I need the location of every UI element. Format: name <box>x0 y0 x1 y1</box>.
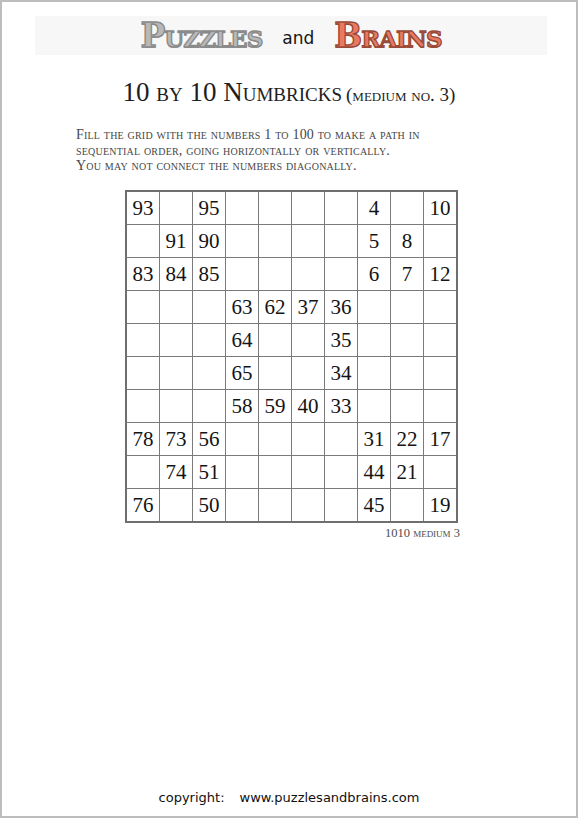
grid-cell-r1c6[interactable] <box>292 192 324 224</box>
grid-cell-r7c9[interactable] <box>391 390 423 422</box>
grid-cell-r8c1[interactable]: 78 <box>127 423 159 455</box>
grid-cell-r10c5[interactable] <box>259 489 291 521</box>
grid-cell-r7c8[interactable] <box>358 390 390 422</box>
grid-cell-r5c5[interactable] <box>259 324 291 356</box>
grid-cell-r9c7[interactable] <box>325 456 357 488</box>
grid-cell-r4c6[interactable]: 37 <box>292 291 324 323</box>
grid-cell-r7c1[interactable] <box>127 390 159 422</box>
grid-cell-r4c8[interactable] <box>358 291 390 323</box>
grid-cell-r10c9[interactable] <box>391 489 423 521</box>
grid-cell-r6c7[interactable]: 34 <box>325 357 357 389</box>
grid-cell-r1c10[interactable]: 10 <box>424 192 456 224</box>
grid-cell-r1c9[interactable] <box>391 192 423 224</box>
grid-cell-r7c3[interactable] <box>193 390 225 422</box>
grid-cell-r6c10[interactable] <box>424 357 456 389</box>
grid-cell-r4c4[interactable]: 63 <box>226 291 258 323</box>
grid-cell-r10c1[interactable]: 76 <box>127 489 159 521</box>
grid-cell-r8c9[interactable]: 22 <box>391 423 423 455</box>
grid-cell-r6c9[interactable] <box>391 357 423 389</box>
grid-cell-r6c2[interactable] <box>160 357 192 389</box>
grid-cell-r3c2[interactable]: 84 <box>160 258 192 290</box>
grid-cell-r5c10[interactable] <box>424 324 456 356</box>
grid-cell-r8c4[interactable] <box>226 423 258 455</box>
printable-puzzle-page: Puzzles and Brains 10 by 10 Numbricks(me… <box>0 0 578 818</box>
grid-cell-r10c7[interactable] <box>325 489 357 521</box>
grid-cell-r4c7[interactable]: 36 <box>325 291 357 323</box>
grid-cell-r10c2[interactable] <box>160 489 192 521</box>
website-url[interactable]: www.puzzlesandbrains.com <box>240 790 420 805</box>
grid-cell-r8c8[interactable]: 31 <box>358 423 390 455</box>
grid-cell-r2c10[interactable] <box>424 225 456 257</box>
grid-cell-r3c5[interactable] <box>259 258 291 290</box>
logo-banner: Puzzles and Brains <box>35 16 547 55</box>
grid-cell-r1c3[interactable]: 95 <box>193 192 225 224</box>
grid-cell-r7c5[interactable]: 59 <box>259 390 291 422</box>
footer: copyright:www.puzzlesandbrains.com <box>2 790 576 805</box>
grid-cell-r1c8[interactable]: 4 <box>358 192 390 224</box>
grid-cell-r9c3[interactable]: 51 <box>193 456 225 488</box>
grid-cell-r9c4[interactable] <box>226 456 258 488</box>
grid-cell-r6c4[interactable]: 65 <box>226 357 258 389</box>
grid-cell-r1c2[interactable] <box>160 192 192 224</box>
grid-cell-r5c1[interactable] <box>127 324 159 356</box>
grid-cell-r10c3[interactable]: 50 <box>193 489 225 521</box>
grid-cell-r3c6[interactable] <box>292 258 324 290</box>
grid-cell-r2c7[interactable] <box>325 225 357 257</box>
grid-cell-r3c8[interactable]: 6 <box>358 258 390 290</box>
title-subtitle: (medium no. 3) <box>346 84 455 105</box>
grid-cell-r1c1[interactable]: 93 <box>127 192 159 224</box>
grid-cell-r4c10[interactable] <box>424 291 456 323</box>
grid-cell-r9c9[interactable]: 21 <box>391 456 423 488</box>
grid-cell-r6c5[interactable] <box>259 357 291 389</box>
grid-cell-r4c5[interactable]: 62 <box>259 291 291 323</box>
grid-cell-r5c3[interactable] <box>193 324 225 356</box>
grid-cell-r5c2[interactable] <box>160 324 192 356</box>
grid-cell-r1c7[interactable] <box>325 192 357 224</box>
grid-cell-r6c6[interactable] <box>292 357 324 389</box>
grid-cell-r2c8[interactable]: 5 <box>358 225 390 257</box>
grid-cell-r10c10[interactable]: 19 <box>424 489 456 521</box>
instructions: Fill the grid with the numbers 1 to 100 … <box>76 127 420 174</box>
grid-cell-r1c5[interactable] <box>259 192 291 224</box>
page-title: 10 by 10 Numbricks(medium no. 3) <box>2 72 576 109</box>
grid-cell-r2c1[interactable] <box>127 225 159 257</box>
numbricks-grid: 9395410919058838485671263623736643565345… <box>125 190 458 523</box>
grid-cell-r5c8[interactable] <box>358 324 390 356</box>
grid-cell-r8c7[interactable] <box>325 423 357 455</box>
grid-cell-r8c10[interactable]: 17 <box>424 423 456 455</box>
grid-cell-r6c1[interactable] <box>127 357 159 389</box>
grid-cell-r3c3[interactable]: 85 <box>193 258 225 290</box>
logo-and-text: and <box>282 24 314 48</box>
grid-cell-r9c1[interactable] <box>127 456 159 488</box>
grid-cell-r7c4[interactable]: 58 <box>226 390 258 422</box>
grid-cell-r4c1[interactable] <box>127 291 159 323</box>
grid-cell-r3c10[interactable]: 12 <box>424 258 456 290</box>
grid-cell-r2c6[interactable] <box>292 225 324 257</box>
grid-cell-r4c9[interactable] <box>391 291 423 323</box>
grid-cell-r8c6[interactable] <box>292 423 324 455</box>
grid-cell-r9c8[interactable]: 44 <box>358 456 390 488</box>
grid-cell-r9c5[interactable] <box>259 456 291 488</box>
grid-cell-r7c2[interactable] <box>160 390 192 422</box>
instructions-line-1: Fill the grid with the numbers 1 to 100 … <box>76 127 420 143</box>
grid-cell-r2c3[interactable]: 90 <box>193 225 225 257</box>
grid-cell-r8c5[interactable] <box>259 423 291 455</box>
title-main: 10 by 10 Numbricks <box>123 77 342 107</box>
grid-cell-r3c7[interactable] <box>325 258 357 290</box>
grid-cell-r2c5[interactable] <box>259 225 291 257</box>
grid-cell-r5c6[interactable] <box>292 324 324 356</box>
grid-cell-r1c4[interactable] <box>226 192 258 224</box>
grid-cell-r10c6[interactable] <box>292 489 324 521</box>
grid-cell-r6c3[interactable] <box>193 357 225 389</box>
grid-cell-r7c7[interactable]: 33 <box>325 390 357 422</box>
grid-cell-r6c8[interactable] <box>358 357 390 389</box>
grid-cell-r3c1[interactable]: 83 <box>127 258 159 290</box>
grid-cell-r4c3[interactable] <box>193 291 225 323</box>
logo-brains-text: Brains <box>334 19 441 52</box>
puzzle-id-caption: 1010 medium 3 <box>125 526 460 541</box>
grid-cell-r5c7[interactable]: 35 <box>325 324 357 356</box>
grid-cell-r2c4[interactable] <box>226 225 258 257</box>
logo-puzzles-text: Puzzles <box>141 19 263 52</box>
instructions-line-2: sequential order, going horizontally or … <box>76 143 420 159</box>
grid-cell-r9c6[interactable] <box>292 456 324 488</box>
grid-cell-r5c4[interactable]: 64 <box>226 324 258 356</box>
grid-cell-r7c10[interactable] <box>424 390 456 422</box>
grid-cell-r3c4[interactable] <box>226 258 258 290</box>
grid-cell-r10c4[interactable] <box>226 489 258 521</box>
grid-cell-r2c2[interactable]: 91 <box>160 225 192 257</box>
grid-cell-r5c9[interactable] <box>391 324 423 356</box>
grid-cell-r3c9[interactable]: 7 <box>391 258 423 290</box>
grid-cell-r9c10[interactable] <box>424 456 456 488</box>
instructions-line-3: You may not connect the numbers diagonal… <box>76 158 420 174</box>
copyright-label: copyright: <box>159 790 225 805</box>
grid-cell-r10c8[interactable]: 45 <box>358 489 390 521</box>
grid-cell-r4c2[interactable] <box>160 291 192 323</box>
grid-cell-r7c6[interactable]: 40 <box>292 390 324 422</box>
grid-cell-r2c9[interactable]: 8 <box>391 225 423 257</box>
grid-cell-r9c2[interactable]: 74 <box>160 456 192 488</box>
grid-cell-r8c3[interactable]: 56 <box>193 423 225 455</box>
grid-cell-r8c2[interactable]: 73 <box>160 423 192 455</box>
